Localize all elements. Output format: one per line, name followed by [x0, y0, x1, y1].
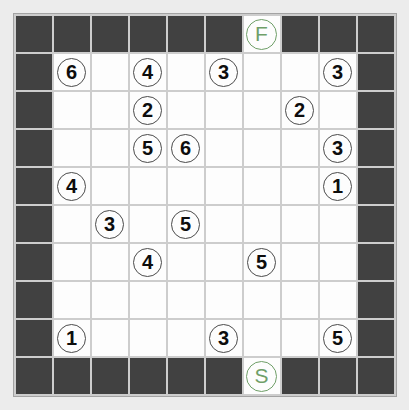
empty-cell-r5c8[interactable]	[320, 206, 356, 242]
wall-cell	[16, 54, 52, 90]
empty-cell-r4c6[interactable]	[244, 168, 280, 204]
start-cell[interactable]: S	[244, 358, 280, 394]
clue-cell-r3c3[interactable]: 5	[130, 130, 166, 166]
wall-cell	[358, 54, 394, 90]
empty-cell-r1c4[interactable]	[168, 54, 204, 90]
wall-cell	[206, 358, 242, 394]
clue-cell-r4c8[interactable]: 1	[320, 168, 356, 204]
clue-cell-r8c8[interactable]: 5	[320, 320, 356, 356]
empty-cell-r5c3[interactable]	[130, 206, 166, 242]
empty-cell-r6c8[interactable]	[320, 244, 356, 280]
wall-cell	[16, 16, 52, 52]
empty-cell-r8c4[interactable]	[168, 320, 204, 356]
empty-cell-r6c1[interactable]	[54, 244, 90, 280]
wall-cell	[358, 16, 394, 52]
clue-cell-r3c4[interactable]: 6	[168, 130, 204, 166]
empty-cell-r7c6[interactable]	[244, 282, 280, 318]
empty-cell-r2c2[interactable]	[92, 92, 128, 128]
wall-cell	[130, 358, 166, 394]
empty-cell-r2c1[interactable]	[54, 92, 90, 128]
wall-cell	[358, 282, 394, 318]
clue-cell-r4c1[interactable]: 4	[54, 168, 90, 204]
wall-cell	[92, 358, 128, 394]
clue-circle-r4c1: 4	[57, 172, 86, 201]
clue-cell-r2c7[interactable]: 2	[282, 92, 318, 128]
clue-cell-r8c5[interactable]: 3	[206, 320, 242, 356]
clue-cell-r1c3[interactable]: 4	[130, 54, 166, 90]
empty-cell-r8c7[interactable]	[282, 320, 318, 356]
empty-cell-r3c2[interactable]	[92, 130, 128, 166]
clue-cell-r1c8[interactable]: 3	[320, 54, 356, 90]
empty-cell-r7c4[interactable]	[168, 282, 204, 318]
clue-circle-r3c8: 3	[323, 134, 352, 163]
empty-cell-r8c6[interactable]	[244, 320, 280, 356]
clue-circle-r5c2: 3	[95, 210, 124, 239]
wall-cell	[54, 358, 90, 394]
clue-circle-r8c5: 3	[209, 324, 238, 353]
wall-cell	[16, 130, 52, 166]
wall-cell	[358, 244, 394, 280]
empty-cell-r5c1[interactable]	[54, 206, 90, 242]
clue-cell-r6c3[interactable]: 4	[130, 244, 166, 280]
wall-cell	[16, 168, 52, 204]
empty-cell-r1c2[interactable]	[92, 54, 128, 90]
clue-cell-r1c5[interactable]: 3	[206, 54, 242, 90]
clue-circle-r6c3: 4	[133, 248, 162, 277]
clue-circle-r1c3: 4	[133, 58, 162, 87]
empty-cell-r7c7[interactable]	[282, 282, 318, 318]
wall-cell	[168, 16, 204, 52]
wall-cell	[92, 16, 128, 52]
clue-cell-r8c1[interactable]: 1	[54, 320, 90, 356]
empty-cell-r4c2[interactable]	[92, 168, 128, 204]
wall-cell	[16, 244, 52, 280]
clue-circle-r4c8: 1	[323, 172, 352, 201]
empty-cell-r2c8[interactable]	[320, 92, 356, 128]
empty-cell-r7c3[interactable]	[130, 282, 166, 318]
wall-cell	[320, 16, 356, 52]
empty-cell-r4c4[interactable]	[168, 168, 204, 204]
empty-cell-r3c6[interactable]	[244, 130, 280, 166]
empty-cell-r7c8[interactable]	[320, 282, 356, 318]
wall-cell	[16, 282, 52, 318]
empty-cell-r5c6[interactable]	[244, 206, 280, 242]
wall-cell	[16, 92, 52, 128]
clue-circle-r1c8: 3	[323, 58, 352, 87]
wall-cell	[54, 16, 90, 52]
empty-cell-r2c4[interactable]	[168, 92, 204, 128]
puzzle-board: F643322563413545135S	[13, 13, 397, 397]
empty-cell-r6c2[interactable]	[92, 244, 128, 280]
clue-circle-r3c4: 6	[171, 134, 200, 163]
clue-circle-r1c1: 6	[57, 58, 86, 87]
clue-cell-r5c2[interactable]: 3	[92, 206, 128, 242]
wall-cell	[358, 206, 394, 242]
wall-cell	[358, 168, 394, 204]
empty-cell-r2c5[interactable]	[206, 92, 242, 128]
wall-cell	[16, 358, 52, 394]
finish-circle: F	[246, 19, 277, 50]
clue-circle-r2c7: 2	[285, 96, 314, 125]
empty-cell-r4c3[interactable]	[130, 168, 166, 204]
empty-cell-r8c2[interactable]	[92, 320, 128, 356]
empty-cell-r6c5[interactable]	[206, 244, 242, 280]
empty-cell-r3c7[interactable]	[282, 130, 318, 166]
clue-circle-r8c8: 5	[323, 324, 352, 353]
empty-cell-r3c5[interactable]	[206, 130, 242, 166]
clue-circle-r6c6: 5	[247, 248, 276, 277]
wall-cell	[358, 92, 394, 128]
clue-circle-r3c3: 5	[133, 134, 162, 163]
wall-cell	[206, 16, 242, 52]
wall-cell	[282, 358, 318, 394]
clue-circle-r1c5: 3	[209, 58, 238, 87]
empty-cell-r1c6[interactable]	[244, 54, 280, 90]
empty-cell-r6c4[interactable]	[168, 244, 204, 280]
clue-circle-r5c4: 5	[171, 210, 200, 239]
wall-cell	[358, 130, 394, 166]
empty-cell-r4c7[interactable]	[282, 168, 318, 204]
empty-cell-r7c1[interactable]	[54, 282, 90, 318]
empty-cell-r8c3[interactable]	[130, 320, 166, 356]
empty-cell-r7c5[interactable]	[206, 282, 242, 318]
clue-circle-r2c3: 2	[133, 96, 162, 125]
wall-cell	[358, 320, 394, 356]
clue-cell-r1c1[interactable]: 6	[54, 54, 90, 90]
empty-cell-r5c7[interactable]	[282, 206, 318, 242]
empty-cell-r7c2[interactable]	[92, 282, 128, 318]
empty-cell-r3c1[interactable]	[54, 130, 90, 166]
wall-cell	[168, 358, 204, 394]
clue-cell-r6c6[interactable]: 5	[244, 244, 280, 280]
empty-cell-r5c5[interactable]	[206, 206, 242, 242]
clue-cell-r5c4[interactable]: 5	[168, 206, 204, 242]
wall-cell	[320, 358, 356, 394]
wall-cell	[16, 320, 52, 356]
empty-cell-r1c7[interactable]	[282, 54, 318, 90]
wall-cell	[130, 16, 166, 52]
finish-cell[interactable]: F	[244, 16, 280, 52]
wall-cell	[16, 206, 52, 242]
clue-cell-r3c8[interactable]: 3	[320, 130, 356, 166]
empty-cell-r4c5[interactable]	[206, 168, 242, 204]
clue-circle-r8c1: 1	[57, 324, 86, 353]
start-circle: S	[246, 361, 277, 392]
wall-cell	[358, 358, 394, 394]
wall-cell	[282, 16, 318, 52]
empty-cell-r2c6[interactable]	[244, 92, 280, 128]
empty-cell-r6c7[interactable]	[282, 244, 318, 280]
clue-cell-r2c3[interactable]: 2	[130, 92, 166, 128]
